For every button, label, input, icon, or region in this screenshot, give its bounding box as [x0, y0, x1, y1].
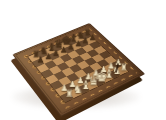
chess-set-photo: ♜♞♝♛♚♝♞♜♟♟♟♟♟♟♟♟♟♟♟♟♟♟♟♟♜♞♝♛♚♝♞♜	[0, 0, 166, 120]
